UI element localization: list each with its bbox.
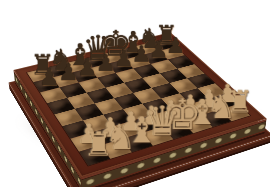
chess-set-photo: ♜♞♝♛♚♝♞♜♟♟♟♟♟♟♟♟♟♟♟♟♟♟♟♟♜♞♝♛♚♝♞♜ <box>0 0 270 187</box>
chess-box: ♜♞♝♛♚♝♞♜♟♟♟♟♟♟♟♟♟♟♟♟♟♟♟♟♜♞♝♛♚♝♞♜ <box>13 32 266 177</box>
piece-white-pawn: ♟ <box>217 81 239 106</box>
piece-black-rook: ♜ <box>155 22 178 48</box>
